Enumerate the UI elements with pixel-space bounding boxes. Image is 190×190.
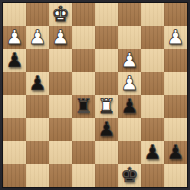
square-e4[interactable]: ♜ xyxy=(95,95,118,118)
piece-white-pawn-f6[interactable]: ♟ xyxy=(118,49,141,72)
square-c5[interactable] xyxy=(49,72,72,95)
square-b7[interactable]: ♟ xyxy=(26,26,49,49)
square-e1[interactable] xyxy=(95,164,118,187)
square-g7[interactable] xyxy=(141,26,164,49)
square-d3[interactable] xyxy=(72,118,95,141)
square-d4[interactable]: ♜ xyxy=(72,95,95,118)
square-f2[interactable] xyxy=(118,141,141,164)
square-h4[interactable] xyxy=(164,95,187,118)
square-e5[interactable] xyxy=(95,72,118,95)
piece-white-pawn-f5[interactable]: ♟ xyxy=(118,72,141,95)
square-b2[interactable] xyxy=(26,141,49,164)
square-d2[interactable] xyxy=(72,141,95,164)
square-h2[interactable]: ♟ xyxy=(164,141,187,164)
square-e7[interactable] xyxy=(95,26,118,49)
square-c7[interactable]: ♟ xyxy=(49,26,72,49)
square-a5[interactable] xyxy=(3,72,26,95)
square-b6[interactable] xyxy=(26,49,49,72)
square-g2[interactable]: ♟ xyxy=(141,141,164,164)
piece-black-pawn-a6[interactable]: ♟ xyxy=(3,49,26,72)
piece-white-king-c8[interactable]: ♚ xyxy=(49,3,72,26)
square-c6[interactable] xyxy=(49,49,72,72)
piece-black-pawn-f4[interactable]: ♟ xyxy=(118,95,141,118)
square-b4[interactable] xyxy=(26,95,49,118)
square-f4[interactable]: ♟ xyxy=(118,95,141,118)
piece-black-pawn-h2[interactable]: ♟ xyxy=(164,141,187,164)
square-g1[interactable] xyxy=(141,164,164,187)
piece-white-rook-e4[interactable]: ♜ xyxy=(95,95,118,118)
square-a3[interactable] xyxy=(3,118,26,141)
square-h6[interactable] xyxy=(164,49,187,72)
piece-black-pawn-b5[interactable]: ♟ xyxy=(26,72,49,95)
square-d1[interactable] xyxy=(72,164,95,187)
square-h3[interactable] xyxy=(164,118,187,141)
square-h8[interactable] xyxy=(164,3,187,26)
square-d7[interactable] xyxy=(72,26,95,49)
square-a8[interactable] xyxy=(3,3,26,26)
square-d5[interactable] xyxy=(72,72,95,95)
chess-board: ♚♟♟♟♟♟♟♟♟♜♜♟♟♟♟♚ xyxy=(3,3,187,187)
square-b3[interactable] xyxy=(26,118,49,141)
square-a4[interactable] xyxy=(3,95,26,118)
square-f3[interactable] xyxy=(118,118,141,141)
square-b1[interactable] xyxy=(26,164,49,187)
square-d6[interactable] xyxy=(72,49,95,72)
square-c3[interactable] xyxy=(49,118,72,141)
square-e2[interactable] xyxy=(95,141,118,164)
square-h7[interactable]: ♟ xyxy=(164,26,187,49)
square-g8[interactable] xyxy=(141,3,164,26)
square-b8[interactable] xyxy=(26,3,49,26)
square-e8[interactable] xyxy=(95,3,118,26)
square-h1[interactable] xyxy=(164,164,187,187)
square-b5[interactable]: ♟ xyxy=(26,72,49,95)
square-g6[interactable] xyxy=(141,49,164,72)
piece-white-pawn-h7[interactable]: ♟ xyxy=(164,26,187,49)
square-f8[interactable] xyxy=(118,3,141,26)
square-c4[interactable] xyxy=(49,95,72,118)
square-a2[interactable] xyxy=(3,141,26,164)
square-f5[interactable]: ♟ xyxy=(118,72,141,95)
square-c1[interactable] xyxy=(49,164,72,187)
square-h5[interactable] xyxy=(164,72,187,95)
square-f6[interactable]: ♟ xyxy=(118,49,141,72)
square-d8[interactable] xyxy=(72,3,95,26)
piece-black-rook-d4[interactable]: ♜ xyxy=(72,95,95,118)
board-frame: ♚♟♟♟♟♟♟♟♟♜♜♟♟♟♟♚ xyxy=(0,0,190,190)
piece-white-pawn-c7[interactable]: ♟ xyxy=(49,26,72,49)
piece-black-pawn-e3[interactable]: ♟ xyxy=(95,118,118,141)
square-e3[interactable]: ♟ xyxy=(95,118,118,141)
square-g4[interactable] xyxy=(141,95,164,118)
square-a6[interactable]: ♟ xyxy=(3,49,26,72)
square-g3[interactable] xyxy=(141,118,164,141)
square-c2[interactable] xyxy=(49,141,72,164)
square-g5[interactable] xyxy=(141,72,164,95)
piece-white-pawn-a7[interactable]: ♟ xyxy=(3,26,26,49)
square-a1[interactable] xyxy=(3,164,26,187)
piece-black-king-f1[interactable]: ♚ xyxy=(118,164,141,187)
square-e6[interactable] xyxy=(95,49,118,72)
square-f7[interactable] xyxy=(118,26,141,49)
square-f1[interactable]: ♚ xyxy=(118,164,141,187)
piece-white-pawn-b7[interactable]: ♟ xyxy=(26,26,49,49)
square-a7[interactable]: ♟ xyxy=(3,26,26,49)
piece-black-pawn-g2[interactable]: ♟ xyxy=(141,141,164,164)
square-c8[interactable]: ♚ xyxy=(49,3,72,26)
